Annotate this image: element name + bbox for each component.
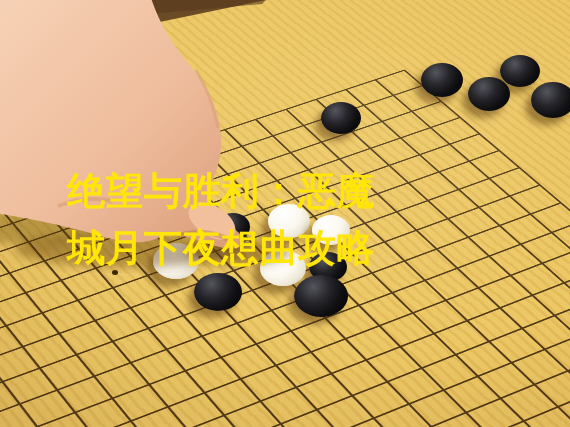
overlay-title-line1: 绝望与胜利：恶魔 — [67, 166, 375, 217]
go-photo-scene: 绝望与胜利：恶魔 城月下夜想曲攻略 — [0, 0, 570, 427]
overlay-title-line2: 城月下夜想曲攻略 — [67, 223, 375, 274]
